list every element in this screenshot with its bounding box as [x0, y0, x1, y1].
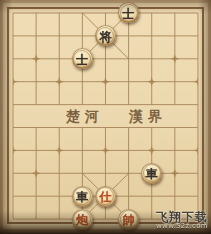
board-point[interactable]: 車	[140, 162, 163, 185]
board-point[interactable]	[71, 93, 94, 116]
board-point[interactable]	[48, 70, 71, 93]
board-point[interactable]: 帥	[117, 208, 140, 231]
piece-label: 車	[146, 168, 158, 180]
board-point[interactable]	[48, 2, 71, 25]
board-point[interactable]	[94, 70, 117, 93]
board-point[interactable]	[1, 185, 24, 208]
board-point[interactable]	[48, 116, 71, 139]
board-point[interactable]	[1, 47, 24, 70]
board-point[interactable]	[25, 47, 48, 70]
board-point[interactable]	[117, 139, 140, 162]
board-point[interactable]	[117, 24, 140, 47]
board-point[interactable]	[163, 139, 186, 162]
board-point[interactable]	[48, 185, 71, 208]
board-point[interactable]	[140, 116, 163, 139]
board-point[interactable]	[1, 162, 24, 185]
board-point[interactable]	[140, 185, 163, 208]
board-point[interactable]	[71, 162, 94, 185]
board-point[interactable]	[71, 139, 94, 162]
board-point[interactable]	[25, 2, 48, 25]
board-point[interactable]	[186, 70, 209, 93]
board-point[interactable]	[163, 47, 186, 70]
board-point[interactable]	[94, 162, 117, 185]
board-point[interactable]	[48, 47, 71, 70]
piece-black-general[interactable]: 将	[95, 25, 116, 46]
watermark-url: www.52z.com	[156, 223, 208, 231]
board-point[interactable]	[1, 2, 24, 25]
board-point[interactable]	[140, 139, 163, 162]
board-point[interactable]	[25, 24, 48, 47]
board-point[interactable]	[1, 70, 24, 93]
board-point[interactable]	[94, 116, 117, 139]
board-point[interactable]	[186, 139, 209, 162]
board-point[interactable]	[163, 2, 186, 25]
piece-label: 帥	[123, 214, 135, 226]
board-point[interactable]	[163, 70, 186, 93]
board-point[interactable]	[25, 162, 48, 185]
piece-label: 士	[123, 7, 135, 19]
piece-black-advisor[interactable]: 士	[72, 48, 93, 69]
board-point[interactable]	[1, 93, 24, 116]
board-point[interactable]	[48, 24, 71, 47]
board-point[interactable]: 車	[71, 185, 94, 208]
piece-red-general[interactable]: 帥	[118, 209, 139, 230]
piece-label: 将	[99, 30, 111, 42]
board-point[interactable]	[117, 162, 140, 185]
board-point[interactable]	[71, 116, 94, 139]
board-point[interactable]	[25, 116, 48, 139]
board-point[interactable]	[186, 47, 209, 70]
board-point[interactable]	[117, 47, 140, 70]
watermark: 飞翔下载 www.52z.com	[156, 211, 208, 232]
piece-label: 車	[76, 191, 88, 203]
board-point[interactable]	[1, 139, 24, 162]
piece-black-chariot[interactable]: 車	[72, 186, 93, 207]
board-point[interactable]	[186, 24, 209, 47]
piece-red-advisor[interactable]: 仕	[95, 186, 116, 207]
board-point[interactable]	[140, 70, 163, 93]
board-point[interactable]	[163, 24, 186, 47]
board-point[interactable]	[94, 139, 117, 162]
board-point[interactable]	[186, 2, 209, 25]
board-point[interactable]	[25, 70, 48, 93]
board-point[interactable]	[163, 185, 186, 208]
board-point[interactable]	[25, 139, 48, 162]
board-point[interactable]	[163, 162, 186, 185]
board-point[interactable]	[117, 116, 140, 139]
board-point[interactable]	[140, 47, 163, 70]
piece-red-cannon[interactable]: 炮	[72, 209, 93, 230]
board-point[interactable]	[117, 93, 140, 116]
piece-label: 炮	[76, 214, 88, 226]
piece-label: 仕	[99, 191, 111, 203]
board-point[interactable]	[140, 93, 163, 116]
board-point[interactable]: 将	[94, 24, 117, 47]
piece-black-advisor[interactable]: 士	[118, 2, 139, 23]
board-point[interactable]	[25, 93, 48, 116]
xiangqi-game-screen: 楚河 漢界 士将士車車仕炮帥 飞翔下载 www.52z.com	[0, 0, 211, 234]
board-point[interactable]	[186, 162, 209, 185]
board-point[interactable]	[163, 93, 186, 116]
board-point[interactable]	[48, 208, 71, 231]
board-point[interactable]	[94, 47, 117, 70]
board-point[interactable]: 炮	[71, 208, 94, 231]
board-point[interactable]	[71, 24, 94, 47]
board-point[interactable]: 仕	[94, 185, 117, 208]
board-point[interactable]	[1, 208, 24, 231]
board-point[interactable]	[94, 208, 117, 231]
board-point[interactable]	[117, 70, 140, 93]
board-point[interactable]	[71, 2, 94, 25]
board-point[interactable]: 士	[117, 2, 140, 25]
piece-label: 士	[76, 53, 88, 65]
board-point[interactable]	[25, 208, 48, 231]
board-point[interactable]	[25, 185, 48, 208]
board-point[interactable]	[140, 2, 163, 25]
board-point[interactable]	[48, 162, 71, 185]
board-point[interactable]	[94, 93, 117, 116]
board-point[interactable]	[163, 116, 186, 139]
board-point[interactable]	[186, 185, 209, 208]
board-point[interactable]	[140, 24, 163, 47]
board-point[interactable]	[48, 139, 71, 162]
board-point[interactable]	[117, 185, 140, 208]
piece-black-chariot[interactable]: 車	[141, 163, 162, 184]
board-point[interactable]	[1, 116, 24, 139]
board-point[interactable]	[1, 24, 24, 47]
piece-grid: 士将士車車仕炮帥	[1, 2, 209, 231]
board-point[interactable]	[186, 116, 209, 139]
board-point[interactable]	[94, 2, 117, 25]
board-point[interactable]	[71, 70, 94, 93]
board-point[interactable]	[186, 93, 209, 116]
board-point[interactable]	[48, 93, 71, 116]
board-point[interactable]: 士	[71, 47, 94, 70]
